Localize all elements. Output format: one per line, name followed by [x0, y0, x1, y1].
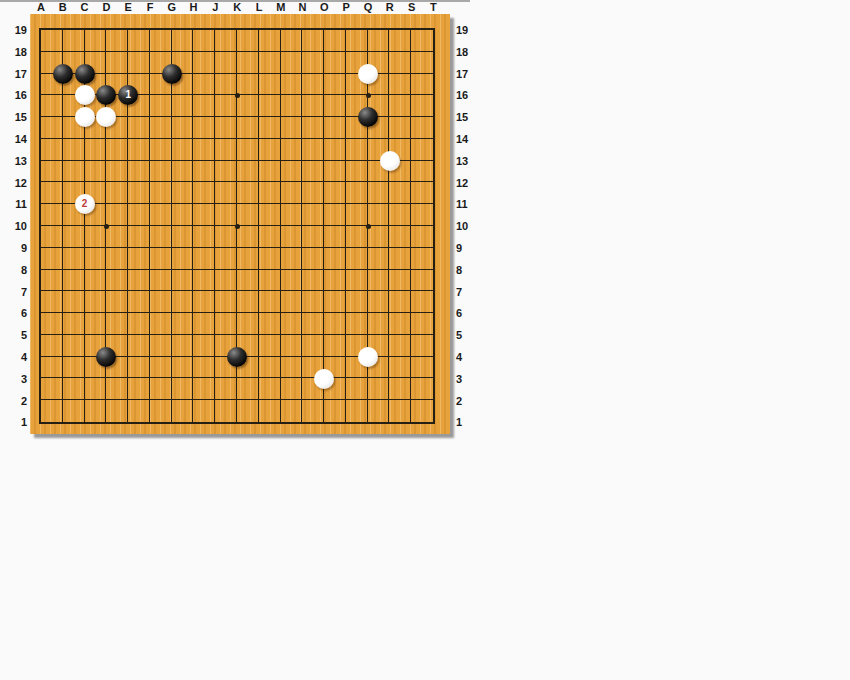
- grid-cell: [259, 357, 281, 379]
- grid-cell: [259, 52, 281, 74]
- grid-cell: [346, 30, 368, 52]
- row-label-right-18: 18: [455, 45, 480, 59]
- grid-cell: [193, 335, 215, 357]
- row-label-left-14: 14: [0, 132, 28, 146]
- column-label-G: G: [161, 0, 183, 14]
- grid-cell: [215, 74, 237, 96]
- grid-cell: [63, 161, 85, 183]
- grid-cell: [215, 313, 237, 335]
- grid-cell: [150, 357, 172, 379]
- grid-cell: [128, 52, 150, 74]
- column-label-M: M: [270, 0, 292, 14]
- grid-cell: [259, 74, 281, 96]
- row-label-right-10: 10: [455, 219, 480, 233]
- grid-cell: [389, 335, 411, 357]
- grid-cell: [281, 357, 303, 379]
- grid-cell: [85, 139, 107, 161]
- grid-cell: [150, 378, 172, 400]
- grid-cell: [346, 270, 368, 292]
- column-label-L: L: [248, 0, 270, 14]
- grid-cell: [128, 400, 150, 422]
- grid-cell: [259, 270, 281, 292]
- grid-cell: [41, 291, 63, 313]
- grid-cell: [106, 182, 128, 204]
- grid-cell: [150, 95, 172, 117]
- grid-cell: [324, 74, 346, 96]
- grid-cell: [389, 204, 411, 226]
- grid-cell: [324, 226, 346, 248]
- grid-cell: [172, 400, 194, 422]
- grid-cell: [411, 378, 433, 400]
- white-stone-Q17: [358, 64, 378, 84]
- grid-cell: [346, 139, 368, 161]
- grid-cell: [302, 139, 324, 161]
- grid-cell: [172, 182, 194, 204]
- grid-cell: [324, 182, 346, 204]
- grid-cell: [368, 378, 390, 400]
- grid-cell: [389, 357, 411, 379]
- grid-cell: [346, 161, 368, 183]
- grid-cell: [411, 161, 433, 183]
- grid-cell: [259, 378, 281, 400]
- grid-cell: [193, 378, 215, 400]
- grid-cell: [237, 313, 259, 335]
- grid-cell: [150, 313, 172, 335]
- row-label-right-12: 12: [455, 176, 480, 190]
- grid-cell: [106, 248, 128, 270]
- grid-cell: [302, 161, 324, 183]
- grid-cell: [41, 182, 63, 204]
- grid-cell: [324, 400, 346, 422]
- grid-cell: [259, 248, 281, 270]
- grid-cell: [411, 30, 433, 52]
- grid-cell: [128, 313, 150, 335]
- grid-cell: [63, 30, 85, 52]
- grid-cell: [41, 139, 63, 161]
- black-stone-C17: [75, 64, 95, 84]
- grid-cell: [63, 400, 85, 422]
- grid-cell: [172, 226, 194, 248]
- grid-cell: [368, 248, 390, 270]
- row-label-left-11: 11: [0, 197, 28, 211]
- column-label-C: C: [74, 0, 96, 14]
- grid-cell: [259, 139, 281, 161]
- grid-cell: [324, 248, 346, 270]
- grid-cell: [63, 270, 85, 292]
- row-label-right-3: 3: [455, 372, 480, 386]
- star-point-D10: [104, 224, 109, 229]
- grid-cell: [85, 313, 107, 335]
- grid-cell: [237, 161, 259, 183]
- grid-cell: [411, 357, 433, 379]
- grid-cell: [259, 95, 281, 117]
- column-label-D: D: [95, 0, 117, 14]
- grid-cell: [85, 400, 107, 422]
- grid-cell: [368, 270, 390, 292]
- grid-cell: [106, 378, 128, 400]
- grid-cell: [41, 226, 63, 248]
- grid-cell: [193, 357, 215, 379]
- grid-cell: [106, 226, 128, 248]
- row-label-left-2: 2: [0, 394, 28, 408]
- grid-cell: [128, 161, 150, 183]
- grid-cell: [411, 139, 433, 161]
- grid-cell: [150, 30, 172, 52]
- grid-cell: [389, 270, 411, 292]
- grid-cell: [193, 313, 215, 335]
- grid-cell: [259, 226, 281, 248]
- grid-cell: [63, 139, 85, 161]
- grid-cell: [302, 52, 324, 74]
- grid-cell: [368, 204, 390, 226]
- grid-cell: [259, 313, 281, 335]
- grid-cell: [106, 52, 128, 74]
- grid-cell: [259, 182, 281, 204]
- black-stone-G17: [162, 64, 182, 84]
- go-diagram-page: ABCDEFGHJKLMNOPQRST 19181716151413121110…: [0, 0, 850, 680]
- grid-cell: [63, 226, 85, 248]
- star-point-Q16: [366, 93, 371, 98]
- grid-cell: [281, 400, 303, 422]
- column-label-O: O: [313, 0, 335, 14]
- column-label-T: T: [422, 0, 444, 14]
- grid-cell: [411, 313, 433, 335]
- grid-cell: [346, 182, 368, 204]
- grid-cell: [259, 204, 281, 226]
- row-label-left-12: 12: [0, 176, 28, 190]
- grid-cell: [106, 270, 128, 292]
- grid-cell: [128, 226, 150, 248]
- grid-cell: [411, 226, 433, 248]
- grid-cell: [106, 30, 128, 52]
- grid-cell: [411, 291, 433, 313]
- grid-cell: [302, 291, 324, 313]
- grid-cell: [215, 291, 237, 313]
- grid-cell: [237, 182, 259, 204]
- grid-cell: [259, 117, 281, 139]
- column-label-K: K: [226, 0, 248, 14]
- grid-cell: [41, 335, 63, 357]
- grid-cell: [281, 378, 303, 400]
- grid-cell: [128, 204, 150, 226]
- grid-cell: [193, 74, 215, 96]
- grid-cell: [85, 270, 107, 292]
- grid-cell: [150, 270, 172, 292]
- grid-cell: [237, 52, 259, 74]
- grid-cell: [237, 74, 259, 96]
- row-label-left-5: 5: [0, 328, 28, 342]
- grid-cell: [63, 335, 85, 357]
- row-label-right-14: 14: [455, 132, 480, 146]
- grid-cell: [128, 248, 150, 270]
- grid-cell: [172, 204, 194, 226]
- grid-cell: [324, 270, 346, 292]
- grid-cell: [411, 74, 433, 96]
- row-label-right-16: 16: [455, 88, 480, 102]
- row-label-left-9: 9: [0, 241, 28, 255]
- grid-cell: [324, 95, 346, 117]
- grid-cell: [106, 161, 128, 183]
- row-label-left-19: 19: [0, 23, 28, 37]
- grid-cell: [389, 378, 411, 400]
- grid-cell: [106, 313, 128, 335]
- grid-cell: [41, 95, 63, 117]
- grid-cell: [281, 226, 303, 248]
- grid-cell: [128, 117, 150, 139]
- grid-cell: [237, 95, 259, 117]
- grid-cell: [41, 400, 63, 422]
- column-label-E: E: [117, 0, 139, 14]
- column-label-F: F: [139, 0, 161, 14]
- grid-cell: [193, 291, 215, 313]
- grid-cell: [150, 291, 172, 313]
- row-label-right-6: 6: [455, 306, 480, 320]
- grid-cell: [150, 248, 172, 270]
- grid-cell: [302, 226, 324, 248]
- grid-cell: [63, 248, 85, 270]
- grid-cell: [389, 291, 411, 313]
- row-label-left-13: 13: [0, 154, 28, 168]
- grid-cell: [106, 139, 128, 161]
- grid-cell: [346, 248, 368, 270]
- grid-cell: [85, 161, 107, 183]
- grid-cell: [215, 226, 237, 248]
- grid-cell: [411, 182, 433, 204]
- grid-cell: [150, 117, 172, 139]
- grid-cell: [172, 139, 194, 161]
- grid-cell: [172, 161, 194, 183]
- grid-cell: [411, 204, 433, 226]
- grid-cell: [150, 335, 172, 357]
- grid-cell: [237, 204, 259, 226]
- grid-cell: [346, 378, 368, 400]
- column-label-B: B: [52, 0, 74, 14]
- grid-cell: [302, 270, 324, 292]
- grid-cell: [389, 248, 411, 270]
- grid-cell: [324, 117, 346, 139]
- grid-cell: [281, 139, 303, 161]
- grid-cell: [389, 313, 411, 335]
- grid-cell: [281, 74, 303, 96]
- grid-cell: [215, 378, 237, 400]
- row-label-right-4: 4: [455, 350, 480, 364]
- row-label-right-5: 5: [455, 328, 480, 342]
- grid-cell: [63, 291, 85, 313]
- grid-cell: [193, 270, 215, 292]
- grid-cell: [41, 204, 63, 226]
- grid-cell: [128, 357, 150, 379]
- grid-cell: [172, 270, 194, 292]
- grid-cell: [172, 30, 194, 52]
- grid-cell: [215, 270, 237, 292]
- grid-cell: [324, 52, 346, 74]
- grid-cell: [128, 378, 150, 400]
- grid-cell: [389, 30, 411, 52]
- grid-cell: [128, 30, 150, 52]
- grid-cell: [41, 357, 63, 379]
- row-label-left-7: 7: [0, 285, 28, 299]
- goban[interactable]: 12: [30, 14, 450, 434]
- column-label-P: P: [335, 0, 357, 14]
- grid-cell: [63, 313, 85, 335]
- grid-cell: [193, 182, 215, 204]
- white-stone-C11: 2: [75, 194, 95, 214]
- grid-cell: [302, 74, 324, 96]
- grid-cell: [389, 52, 411, 74]
- grid-cell: [302, 248, 324, 270]
- grid-cell: [346, 204, 368, 226]
- grid-cell: [324, 291, 346, 313]
- grid-cell: [281, 335, 303, 357]
- grid-cell: [281, 30, 303, 52]
- grid-cell: [237, 400, 259, 422]
- grid-cell: [172, 95, 194, 117]
- grid-cell: [41, 313, 63, 335]
- grid-cell: [150, 139, 172, 161]
- grid-cell: [302, 204, 324, 226]
- grid-cell: [150, 226, 172, 248]
- grid-cell: [237, 248, 259, 270]
- grid-cell: [411, 270, 433, 292]
- white-stone-R13: [380, 151, 400, 171]
- grid-cell: [237, 291, 259, 313]
- grid-cell: [281, 248, 303, 270]
- column-label-S: S: [401, 0, 423, 14]
- grid-cell: [324, 313, 346, 335]
- grid-cell: [193, 139, 215, 161]
- grid-cell: [41, 30, 63, 52]
- grid-cell: [172, 117, 194, 139]
- grid-cell: [259, 161, 281, 183]
- row-label-right-15: 15: [455, 110, 480, 124]
- grid-cell: [389, 95, 411, 117]
- white-stone-Q4: [358, 347, 378, 367]
- grid-cell: [128, 291, 150, 313]
- grid-cell: [411, 248, 433, 270]
- grid-cell: [193, 52, 215, 74]
- grid-cell: [85, 226, 107, 248]
- row-label-right-7: 7: [455, 285, 480, 299]
- grid-cell: [215, 400, 237, 422]
- grid-cell: [324, 161, 346, 183]
- grid-cell: [368, 313, 390, 335]
- white-stone-C16: [75, 85, 95, 105]
- grid-cell: [281, 182, 303, 204]
- grid-cell: [389, 74, 411, 96]
- grid-cell: [193, 95, 215, 117]
- grid-cell: [302, 182, 324, 204]
- grid-cell: [172, 291, 194, 313]
- grid-cell: [215, 30, 237, 52]
- grid-cell: [215, 182, 237, 204]
- grid-cell: [389, 117, 411, 139]
- grid-cell: [150, 204, 172, 226]
- grid-cell: [237, 226, 259, 248]
- row-label-right-13: 13: [455, 154, 480, 168]
- grid-cell: [259, 30, 281, 52]
- row-label-left-15: 15: [0, 110, 28, 124]
- column-label-J: J: [204, 0, 226, 14]
- grid-cell: [41, 161, 63, 183]
- grid-cell: [237, 270, 259, 292]
- grid-cell: [41, 270, 63, 292]
- grid-cell: [193, 30, 215, 52]
- row-label-right-19: 19: [455, 23, 480, 37]
- row-label-left-17: 17: [0, 67, 28, 81]
- grid-cell: [237, 117, 259, 139]
- row-label-left-3: 3: [0, 372, 28, 386]
- star-point-Q10: [366, 224, 371, 229]
- grid-cell: [237, 139, 259, 161]
- grid-cell: [63, 378, 85, 400]
- row-label-right-17: 17: [455, 67, 480, 81]
- grid-cell: [85, 30, 107, 52]
- column-label-Q: Q: [357, 0, 379, 14]
- grid-cell: [411, 95, 433, 117]
- star-point-K16: [235, 93, 240, 98]
- grid-cell: [106, 291, 128, 313]
- grid-cell: [215, 52, 237, 74]
- grid-cell: [215, 248, 237, 270]
- move-number-label: 1: [118, 85, 138, 105]
- grid-cell: [41, 117, 63, 139]
- grid-cell: [150, 161, 172, 183]
- grid-cell: [281, 161, 303, 183]
- grid-cell: [302, 30, 324, 52]
- grid-cell: [41, 248, 63, 270]
- grid-cell: [281, 313, 303, 335]
- grid-cell: [259, 400, 281, 422]
- grid-cell: [106, 204, 128, 226]
- grid-cell: [193, 204, 215, 226]
- grid-cell: [193, 226, 215, 248]
- row-label-right-11: 11: [455, 197, 480, 211]
- row-label-left-10: 10: [0, 219, 28, 233]
- grid-cell: [215, 95, 237, 117]
- grid-cell: [237, 30, 259, 52]
- grid-cell: [389, 182, 411, 204]
- grid-cell: [128, 139, 150, 161]
- column-label-R: R: [379, 0, 401, 14]
- grid-cell: [237, 378, 259, 400]
- grid-cell: [193, 248, 215, 270]
- star-point-K10: [235, 224, 240, 229]
- grid-cell: [368, 226, 390, 248]
- white-stone-C15: [75, 107, 95, 127]
- grid-cell: [172, 313, 194, 335]
- grid-cell: [215, 204, 237, 226]
- grid-cell: [389, 226, 411, 248]
- grid-cell: [85, 378, 107, 400]
- grid-cell: [193, 400, 215, 422]
- grid-cell: [411, 52, 433, 74]
- grid-cell: [389, 400, 411, 422]
- grid-cell: [193, 117, 215, 139]
- grid-cell: [411, 335, 433, 357]
- grid-cell: [281, 117, 303, 139]
- grid-cell: [302, 400, 324, 422]
- row-label-right-8: 8: [455, 263, 480, 277]
- column-label-N: N: [292, 0, 314, 14]
- grid-cell: [215, 161, 237, 183]
- row-label-left-8: 8: [0, 263, 28, 277]
- grid-cell: [41, 378, 63, 400]
- grid-cell: [106, 400, 128, 422]
- grid-cell: [172, 335, 194, 357]
- grid-cell: [302, 335, 324, 357]
- grid-cell: [324, 30, 346, 52]
- black-stone-B17: [53, 64, 73, 84]
